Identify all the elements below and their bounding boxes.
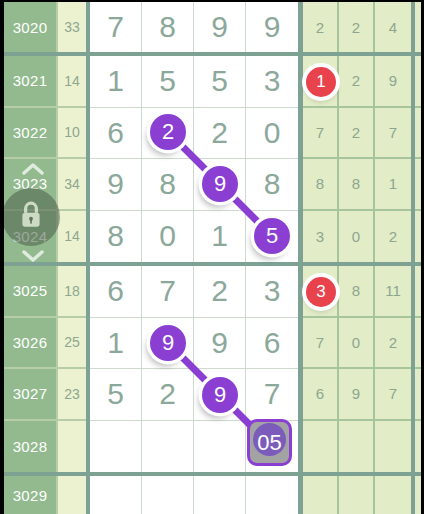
sum-cell: 18 (58, 266, 86, 318)
sum-cell (58, 421, 86, 473)
issue-cell: 3022 (4, 108, 58, 160)
stat-cell: 8 (339, 266, 375, 318)
edge-cell (415, 159, 421, 211)
issue-cell: 3029 (4, 476, 58, 514)
stat-cell: 2 (339, 108, 375, 160)
edge-cell (415, 369, 421, 421)
prediction-label: 05 (250, 422, 289, 463)
stat-cell: 6 (303, 369, 339, 421)
digit-cell: 5 (90, 369, 142, 421)
chart-row-3022: 3022 10 6 2 2 0 7 2 7 (4, 108, 421, 160)
stat-cell: 2 (339, 2, 375, 52)
edge-cell (415, 108, 421, 160)
stat-cell: 2 (339, 56, 375, 108)
digit-cell: 9 (90, 159, 142, 211)
digit-cell: 6 (90, 108, 142, 160)
chart-row-3020: 3020 33 7 8 9 9 2 2 4 (4, 2, 421, 52)
issue-cell: 3027 (4, 369, 58, 421)
prediction-box[interactable]: 05 (247, 419, 292, 466)
purple-marker-circle: 5 (254, 218, 290, 254)
digit-cell: 1 (90, 56, 142, 108)
digit-cell: 2 (142, 369, 194, 421)
stat-cell: 11 (375, 266, 411, 318)
sum-cell (58, 476, 86, 514)
stat-cell: 8 (303, 159, 339, 211)
digit-cell: 2 (194, 266, 246, 318)
stat-cell (375, 421, 411, 473)
digit-cell: 0 (142, 211, 194, 263)
stat-cell: 9 (375, 56, 411, 108)
stat-cell (375, 476, 411, 514)
lottery-trend-chart-screen: 3020 33 7 8 9 9 2 2 4 3021 14 1 (0, 0, 424, 514)
stat-cell: 7 (375, 369, 411, 421)
stat-cell (303, 421, 339, 473)
sum-cell: 34 (58, 159, 86, 211)
sum-cell: 33 (58, 2, 86, 52)
digit-cell: 7 (90, 2, 142, 52)
edge-cell (415, 421, 421, 473)
stat-cell (339, 476, 375, 514)
red-marker-circle: 3 (306, 277, 336, 307)
digit-cell: 5 (142, 56, 194, 108)
issue-cell: 3025 (4, 266, 58, 318)
digit-cell: 8 (90, 211, 142, 263)
digit-cell: 7 (246, 369, 298, 421)
digit-cell: 0 (246, 108, 298, 160)
edge-cell (415, 211, 421, 263)
digit-cell (246, 476, 298, 514)
issue-cell: 3028 (4, 421, 58, 473)
digit-cell: 6 (90, 266, 142, 318)
digit-cell: 8 (142, 159, 194, 211)
stat-cell: 7 (303, 318, 339, 370)
stat-cell: 7 (303, 108, 339, 160)
chart-row-3028: 3028 (4, 421, 421, 473)
chart-row-3025: 3025 18 6 7 2 3 3 8 11 (4, 266, 421, 318)
stat-cell: 2 (375, 318, 411, 370)
row-group-2: 3021 14 1 5 5 3 1 2 9 3022 10 6 2 2 (4, 56, 421, 262)
digit-cell: 7 (142, 266, 194, 318)
edge-cell (415, 266, 421, 318)
chevron-up-icon[interactable] (22, 161, 44, 179)
chevron-down-icon[interactable] (22, 248, 44, 266)
purple-marker-circle: 9 (150, 325, 186, 361)
digit-cell: 5 (194, 56, 246, 108)
stat-cell: 7 (375, 108, 411, 160)
stat-cell: 1 (375, 159, 411, 211)
digit-cell: 3 (246, 56, 298, 108)
edge-cell (415, 476, 421, 514)
stat-cell: 0 (339, 211, 375, 263)
digit-cell (142, 476, 194, 514)
digit-cell (90, 421, 142, 473)
red-marker-circle: 1 (306, 67, 336, 97)
digit-cell (194, 476, 246, 514)
digit-cell: 2 (194, 108, 246, 160)
digit-cell (90, 476, 142, 514)
digit-cell (194, 421, 246, 473)
stat-cell: 9 (339, 369, 375, 421)
stat-cell: 2 (303, 2, 339, 52)
row-group-4: 3029 (4, 476, 421, 514)
stat-cell: 2 (375, 211, 411, 263)
chart-row-3029: 3029 (4, 476, 421, 514)
edge-cell (415, 56, 421, 108)
issue-cell: 3020 (4, 2, 58, 52)
edge-cell (415, 318, 421, 370)
sum-cell: 10 (58, 108, 86, 160)
edge-cell (415, 2, 421, 52)
issue-cell: 3021 (4, 56, 58, 108)
digit-cell: 1 (194, 211, 246, 263)
purple-marker-circle: 9 (202, 166, 238, 202)
digit-cell (142, 421, 194, 473)
digit-cell: 1 (90, 318, 142, 370)
digit-cell: 3 (246, 266, 298, 318)
chart-row-3024: 3024 14 8 0 1 5 3 0 2 (4, 211, 421, 263)
stat-cell: 0 (339, 318, 375, 370)
digit-cell: 6 (246, 318, 298, 370)
purple-marker-circle: 9 (202, 377, 238, 413)
stat-cell: 8 (339, 159, 375, 211)
sum-cell: 25 (58, 318, 86, 370)
sum-cell: 14 (58, 211, 86, 263)
purple-marker-circle: 2 (150, 114, 186, 150)
issue-cell: 3026 (4, 318, 58, 370)
chart-row-3021: 3021 14 1 5 5 3 1 2 9 (4, 56, 421, 108)
digit-cell: 9 (246, 2, 298, 52)
row-group-3: 3025 18 6 7 2 3 3 8 11 3026 25 1 9 9 (4, 266, 421, 472)
lock-button[interactable] (4, 188, 60, 246)
sum-cell: 23 (58, 369, 86, 421)
digit-cell: 8 (142, 2, 194, 52)
chart-row-3026: 3026 25 1 9 9 6 7 0 2 (4, 318, 421, 370)
lock-icon (18, 200, 44, 234)
trend-chart-board: 3020 33 7 8 9 9 2 2 4 3021 14 1 (4, 2, 421, 514)
stat-cell (339, 421, 375, 473)
sum-cell: 14 (58, 56, 86, 108)
stat-cell: 3 (303, 211, 339, 263)
digit-cell: 9 (194, 2, 246, 52)
stat-cell (303, 476, 339, 514)
row-group-1: 3020 33 7 8 9 9 2 2 4 (4, 2, 421, 52)
digit-cell: 8 (246, 159, 298, 211)
digit-cell: 9 (194, 318, 246, 370)
stat-cell: 4 (375, 2, 411, 52)
